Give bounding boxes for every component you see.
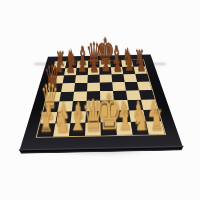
black-pawn: ♟ [124,56,134,74]
square-g5 [125,82,139,91]
black-pawn: ♟ [89,57,99,75]
white-rook: ♜ [148,107,163,135]
square-h7: ♟ [134,67,147,74]
square-g1: ♞ [131,122,149,135]
black-pawn: ♟ [112,57,122,75]
black-pawn: ♟ [136,56,146,74]
white-knight: ♞ [131,103,149,135]
square-h6 [135,74,149,82]
black-pawn: ♟ [65,58,75,76]
square-c6 [75,75,88,83]
square-e1: ♚ [101,122,117,135]
black-pawn: ♟ [100,57,110,75]
board-perspective-wrapper: ♜♞♝♛♚♝♞♜♟♟♟♟♟♟♟♟♟♟♟♟♟♟♟♟♜♞♝♛♚♝♞♜ ♛ ♛ [36,27,165,156]
board-front-bevel [19,146,184,154]
product-photo: ♜♞♝♛♚♝♞♜♟♟♟♟♟♟♟♟♟♟♟♟♟♟♟♟♜♞♝♛♚♝♞♜ ♛ ♛ [0,0,200,200]
chess-board-frame: ♜♞♝♛♚♝♞♜♟♟♟♟♟♟♟♟♟♟♟♟♟♟♟♟♜♞♝♛♚♝♞♜ ♛ ♛ [20,55,183,151]
square-h1: ♜ [146,121,165,134]
white-rook: ♜ [38,109,53,137]
black-pawn: ♟ [77,57,87,75]
square-b5 [61,83,75,92]
square-f1: ♝ [116,122,133,135]
square-h5 [137,82,152,91]
